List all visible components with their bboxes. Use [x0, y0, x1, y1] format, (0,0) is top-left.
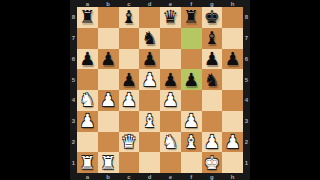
square-f7[interactable] — [181, 28, 202, 49]
piece-white-bishop: ♝ — [142, 111, 158, 131]
piece-white-pawn: ♟ — [204, 132, 220, 152]
rank-label-7-right: 7 — [243, 28, 250, 49]
piece-black-rook: ♜ — [183, 7, 199, 27]
piece-black-pawn: ♟ — [204, 49, 220, 69]
file-label-d-bottom: d — [139, 173, 160, 180]
file-label-d-top: d — [139, 0, 160, 7]
rank-label-3-right: 3 — [243, 111, 250, 132]
rank-label-6-left: 6 — [70, 49, 77, 70]
square-d1[interactable] — [139, 152, 160, 173]
chess-board: abcdefgh8♜♝♛♜♚87♞♝76♟♟♟♟♟65♟♟♟♟♞54♞♟♟♟43… — [70, 0, 250, 180]
piece-white-pawn: ♟ — [100, 90, 116, 110]
rank-label-1-left: 1 — [70, 152, 77, 173]
rank-label-7-left: 7 — [70, 28, 77, 49]
piece-white-knight: ♞ — [162, 132, 178, 152]
rank-label-8-right: 8 — [243, 7, 250, 28]
rank-label-8-left: 8 — [70, 7, 77, 28]
square-a2[interactable] — [77, 132, 98, 153]
board-corner — [243, 173, 250, 180]
square-f1[interactable] — [181, 152, 202, 173]
square-c1[interactable] — [119, 152, 140, 173]
piece-black-king: ♚ — [204, 7, 220, 27]
piece-white-pawn: ♟ — [225, 132, 241, 152]
square-e5[interactable]: ♟ — [160, 69, 181, 90]
file-label-b-bottom: b — [98, 173, 119, 180]
square-h5[interactable] — [222, 69, 243, 90]
square-g2[interactable]: ♟ — [202, 132, 223, 153]
square-e2[interactable]: ♞ — [160, 132, 181, 153]
square-e8[interactable]: ♛ — [160, 7, 181, 28]
square-c6[interactable] — [119, 49, 140, 70]
square-b6[interactable]: ♟ — [98, 49, 119, 70]
square-e6[interactable] — [160, 49, 181, 70]
square-f2[interactable]: ♝ — [181, 132, 202, 153]
piece-black-pawn: ♟ — [79, 49, 95, 69]
piece-white-pawn: ♟ — [79, 111, 95, 131]
square-g1[interactable]: ♚ — [202, 152, 223, 173]
square-b8[interactable] — [98, 7, 119, 28]
square-g7[interactable]: ♝ — [202, 28, 223, 49]
square-h1[interactable] — [222, 152, 243, 173]
board-corner — [243, 0, 250, 7]
piece-white-knight: ♞ — [79, 90, 95, 110]
square-e7[interactable] — [160, 28, 181, 49]
square-d8[interactable] — [139, 7, 160, 28]
square-f4[interactable] — [181, 90, 202, 111]
file-label-f-top: f — [181, 0, 202, 7]
rank-label-2-left: 2 — [70, 132, 77, 153]
square-b1[interactable]: ♜ — [98, 152, 119, 173]
square-g6[interactable]: ♟ — [202, 49, 223, 70]
square-a8[interactable]: ♜ — [77, 7, 98, 28]
file-label-g-top: g — [202, 0, 223, 7]
piece-white-bishop: ♝ — [183, 132, 199, 152]
piece-white-king: ♚ — [204, 153, 220, 173]
square-f3[interactable]: ♟ — [181, 111, 202, 132]
piece-white-queen: ♛ — [121, 132, 137, 152]
piece-black-bishop: ♝ — [204, 28, 220, 48]
piece-black-pawn: ♟ — [121, 70, 137, 90]
square-e3[interactable] — [160, 111, 181, 132]
square-a6[interactable]: ♟ — [77, 49, 98, 70]
square-d6[interactable]: ♟ — [139, 49, 160, 70]
board-corner — [70, 173, 77, 180]
file-label-a-bottom: a — [77, 173, 98, 180]
piece-white-rook: ♜ — [79, 153, 95, 173]
square-h3[interactable] — [222, 111, 243, 132]
piece-black-pawn: ♟ — [100, 49, 116, 69]
square-g4[interactable] — [202, 90, 223, 111]
square-d5[interactable]: ♟ — [139, 69, 160, 90]
square-d4[interactable] — [139, 90, 160, 111]
square-a3[interactable]: ♟ — [77, 111, 98, 132]
rank-label-4-left: 4 — [70, 90, 77, 111]
square-c5[interactable]: ♟ — [119, 69, 140, 90]
piece-white-pawn: ♟ — [183, 111, 199, 131]
square-a7[interactable] — [77, 28, 98, 49]
file-label-e-bottom: e — [160, 173, 181, 180]
rank-label-2-right: 2 — [243, 132, 250, 153]
rank-label-1-right: 1 — [243, 152, 250, 173]
square-g5[interactable]: ♞ — [202, 69, 223, 90]
piece-black-knight: ♞ — [204, 70, 220, 90]
square-g3[interactable] — [202, 111, 223, 132]
piece-black-pawn: ♟ — [142, 49, 158, 69]
file-label-b-top: b — [98, 0, 119, 7]
square-f5[interactable]: ♟ — [181, 69, 202, 90]
file-label-h-top: h — [222, 0, 243, 7]
square-b3[interactable] — [98, 111, 119, 132]
square-e1[interactable] — [160, 152, 181, 173]
file-label-c-bottom: c — [119, 173, 140, 180]
square-h7[interactable] — [222, 28, 243, 49]
piece-white-pawn: ♟ — [142, 70, 158, 90]
board-corner — [70, 0, 77, 7]
square-d3[interactable]: ♝ — [139, 111, 160, 132]
square-f6[interactable] — [181, 49, 202, 70]
square-c4[interactable]: ♟ — [119, 90, 140, 111]
piece-black-queen: ♛ — [162, 7, 178, 27]
piece-black-pawn: ♟ — [183, 70, 199, 90]
piece-black-knight: ♞ — [142, 28, 158, 48]
piece-white-pawn: ♟ — [121, 90, 137, 110]
square-c8[interactable]: ♝ — [119, 7, 140, 28]
square-b5[interactable] — [98, 69, 119, 90]
square-e4[interactable]: ♟ — [160, 90, 181, 111]
rank-label-5-right: 5 — [243, 69, 250, 90]
piece-black-pawn: ♟ — [162, 70, 178, 90]
piece-white-pawn: ♟ — [162, 90, 178, 110]
file-label-c-top: c — [119, 0, 140, 7]
piece-black-pawn: ♟ — [225, 49, 241, 69]
rank-label-5-left: 5 — [70, 69, 77, 90]
square-a4[interactable]: ♞ — [77, 90, 98, 111]
piece-black-bishop: ♝ — [121, 7, 137, 27]
square-h2[interactable]: ♟ — [222, 132, 243, 153]
square-b2[interactable] — [98, 132, 119, 153]
square-h4[interactable] — [222, 90, 243, 111]
letterbox-background: abcdefgh8♜♝♛♜♚87♞♝76♟♟♟♟♟65♟♟♟♟♞54♞♟♟♟43… — [0, 0, 320, 180]
file-label-e-top: e — [160, 0, 181, 7]
square-d7[interactable]: ♞ — [139, 28, 160, 49]
piece-black-rook: ♜ — [79, 7, 95, 27]
square-g8[interactable]: ♚ — [202, 7, 223, 28]
square-a1[interactable]: ♜ — [77, 152, 98, 173]
rank-label-3-left: 3 — [70, 111, 77, 132]
square-d2[interactable] — [139, 132, 160, 153]
file-label-a-top: a — [77, 0, 98, 7]
piece-white-rook: ♜ — [100, 153, 116, 173]
square-b4[interactable]: ♟ — [98, 90, 119, 111]
square-h6[interactable]: ♟ — [222, 49, 243, 70]
rank-label-6-right: 6 — [243, 49, 250, 70]
square-a5[interactable] — [77, 69, 98, 90]
square-c3[interactable] — [119, 111, 140, 132]
square-b7[interactable] — [98, 28, 119, 49]
file-label-h-bottom: h — [222, 173, 243, 180]
file-label-g-bottom: g — [202, 173, 223, 180]
square-h8[interactable] — [222, 7, 243, 28]
square-c7[interactable] — [119, 28, 140, 49]
rank-label-4-right: 4 — [243, 90, 250, 111]
square-c2[interactable]: ♛ — [119, 132, 140, 153]
square-f8[interactable]: ♜ — [181, 7, 202, 28]
file-label-f-bottom: f — [181, 173, 202, 180]
